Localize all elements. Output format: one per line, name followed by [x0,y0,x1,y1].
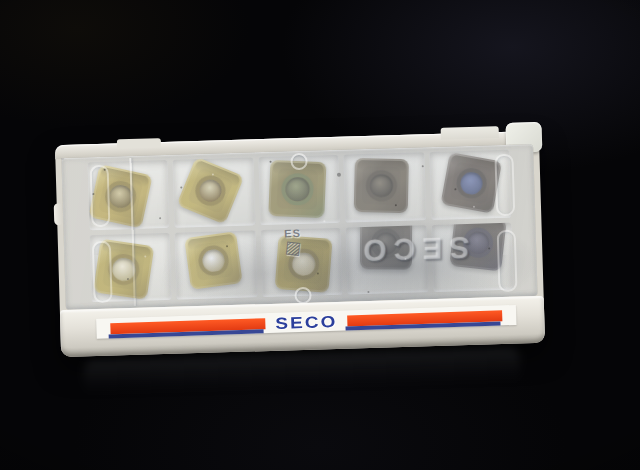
insert-r1c4 [354,158,409,213]
insert-center-hole [291,252,315,276]
insert-center-hole [201,249,226,274]
insert-center-hole [107,183,134,210]
tray-cell-r2c3 [260,227,342,297]
insert-center-hole [370,174,393,197]
tray-cell-r2c2 [175,230,257,300]
tray-cell-r1c4 [344,152,426,222]
tray-cell-r1c2 [173,157,255,227]
lid-step-right [441,126,499,140]
tray-cell-r2c4 [346,225,428,295]
insert-r1c5 [440,152,502,214]
insert-center-hole [285,177,309,201]
tray-cell-r1c5 [429,150,511,220]
surface-reflection [84,348,521,397]
label-red-bar-right [347,310,502,326]
lid-step-left [117,138,161,148]
insert-r2c5 [449,222,506,271]
tray-cell-r1c3 [258,155,340,225]
insert-r2c1 [93,239,154,300]
tray-cell-r2c5 [431,222,513,292]
insert-center-hole [111,257,137,283]
photo-scene: ES ▨ SECO SECO [0,0,640,470]
insert-center-hole [375,233,397,255]
insert-center-hole [466,231,490,255]
brand-logo: SECO [265,312,347,331]
insert-tray [61,144,537,310]
insert-r2c3 [275,235,333,293]
insert-r1c1 [89,164,153,228]
insert-r2c4 [360,225,412,270]
insert-center-hole [458,170,484,196]
tray-cell-r2c1 [90,232,172,302]
insert-r1c3 [268,160,326,218]
label-red-bar-left [110,318,265,334]
insert-center-hole [196,176,224,204]
front-label: SECO [96,305,516,339]
tray-cell-r1c1 [87,160,169,230]
insert-r2c2 [184,232,242,290]
insert-box: ES ▨ SECO SECO [55,131,545,357]
insert-r1c2 [176,157,244,224]
